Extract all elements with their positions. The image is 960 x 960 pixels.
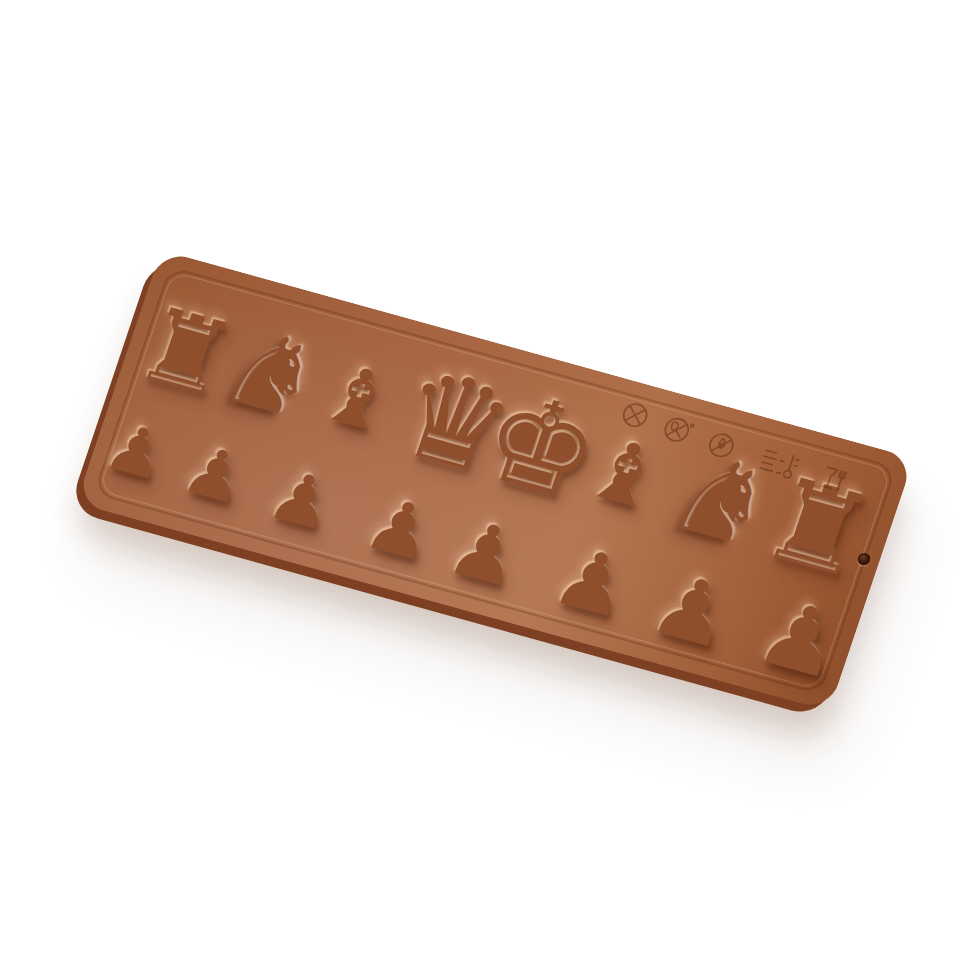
pawn-glyph: ♟ — [544, 534, 641, 631]
pawn-glyph: ♟ — [98, 413, 176, 491]
pawn-glyph: ♟ — [440, 507, 532, 600]
cavity-bishop-r1c3: ♝ — [311, 351, 406, 446]
pawn-glyph: ♟ — [175, 435, 255, 515]
cavity-pawn-r2c3: ♟ — [261, 459, 344, 542]
mold-face: ♜♞♝♛♚♝♞♜♟♟♟♟♟♟♟♟ — [76, 250, 914, 711]
cavity-pawn-r2c6: ♟ — [544, 534, 641, 631]
cavity-pawn-r2c1: ♟ — [98, 413, 176, 491]
cavity-pawn-r2c8: ♟ — [748, 586, 855, 693]
bishop-glyph: ♝ — [311, 351, 406, 446]
pawn-glyph: ♟ — [261, 459, 344, 542]
cavity-pawn-r2c7: ♟ — [642, 560, 744, 662]
cavity-pawn-r2c2: ♟ — [175, 435, 255, 515]
chocolate-mold: ♜♞♝♛♚♝♞♜♟♟♟♟♟♟♟♟ — [76, 250, 914, 711]
pawn-glyph: ♟ — [748, 586, 855, 693]
pawn-glyph: ♟ — [642, 560, 744, 662]
pawn-glyph: ♟ — [357, 485, 445, 573]
cavity-pawn-r2c4: ♟ — [357, 485, 445, 573]
cavity-pawn-r2c5: ♟ — [440, 507, 532, 600]
product-photo: ♜♞♝♛♚♝♞♜♟♟♟♟♟♟♟♟ — [0, 0, 960, 960]
